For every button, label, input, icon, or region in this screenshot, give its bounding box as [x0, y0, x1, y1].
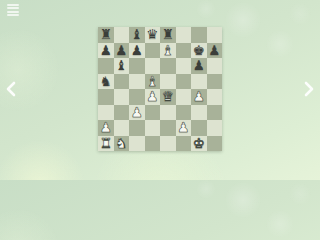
chevron-right-icon [303, 81, 315, 97]
square-f5[interactable] [176, 74, 192, 90]
piece-black-bishop[interactable]: ♝ [131, 27, 143, 43]
square-c1[interactable] [129, 136, 145, 152]
square-c7[interactable]: ♟ [129, 43, 145, 59]
piece-white-pawn[interactable]: ♟ [100, 120, 112, 136]
square-e2[interactable] [160, 120, 176, 136]
square-h7[interactable]: ♟ [207, 43, 223, 59]
piece-white-king[interactable]: ♚ [193, 136, 205, 152]
piece-white-pawn[interactable]: ♟ [146, 89, 158, 105]
square-f3[interactable] [176, 105, 192, 121]
square-f8[interactable] [176, 27, 192, 43]
square-b3[interactable] [114, 105, 130, 121]
square-b5[interactable] [114, 74, 130, 90]
square-d3[interactable] [145, 105, 161, 121]
square-e4[interactable]: ♛ [160, 89, 176, 105]
square-f4[interactable] [176, 89, 192, 105]
piece-white-pawn[interactable]: ♟ [177, 120, 189, 136]
square-b2[interactable] [114, 120, 130, 136]
square-g2[interactable] [191, 120, 207, 136]
square-c5[interactable] [129, 74, 145, 90]
square-g5[interactable] [191, 74, 207, 90]
square-a1[interactable]: ♜ [98, 136, 114, 152]
piece-black-pawn[interactable]: ♟ [131, 43, 143, 59]
square-f1[interactable] [176, 136, 192, 152]
square-d8[interactable]: ♛ [145, 27, 161, 43]
menu-icon-bar [7, 7, 19, 9]
menu-icon[interactable] [7, 4, 19, 16]
chevron-left-icon [5, 81, 17, 97]
square-d2[interactable] [145, 120, 161, 136]
piece-white-pawn[interactable]: ♟ [193, 89, 205, 105]
square-f2[interactable]: ♟ [176, 120, 192, 136]
square-g4[interactable]: ♟ [191, 89, 207, 105]
square-a6[interactable] [98, 58, 114, 74]
square-e3[interactable] [160, 105, 176, 121]
square-a5[interactable]: ♞ [98, 74, 114, 90]
square-h4[interactable] [207, 89, 223, 105]
piece-black-rook[interactable]: ♜ [100, 27, 112, 43]
square-b1[interactable]: ♞ [114, 136, 130, 152]
square-e7[interactable]: ♝ [160, 43, 176, 59]
square-d6[interactable] [145, 58, 161, 74]
piece-white-rook[interactable]: ♜ [100, 136, 112, 152]
square-g6[interactable]: ♟ [191, 58, 207, 74]
piece-black-king[interactable]: ♚ [193, 43, 205, 59]
square-b8[interactable] [114, 27, 130, 43]
piece-black-knight[interactable]: ♞ [100, 74, 112, 90]
piece-black-rook[interactable]: ♜ [162, 27, 174, 43]
square-a3[interactable] [98, 105, 114, 121]
square-g3[interactable] [191, 105, 207, 121]
square-g8[interactable] [191, 27, 207, 43]
piece-white-bishop[interactable]: ♝ [146, 74, 158, 90]
piece-black-queen[interactable]: ♛ [146, 27, 158, 43]
piece-black-bishop[interactable]: ♝ [115, 58, 127, 74]
square-c4[interactable] [129, 89, 145, 105]
square-h3[interactable] [207, 105, 223, 121]
square-b7[interactable]: ♟ [114, 43, 130, 59]
square-f7[interactable] [176, 43, 192, 59]
square-a8[interactable]: ♜ [98, 27, 114, 43]
square-h1[interactable] [207, 136, 223, 152]
square-c6[interactable] [129, 58, 145, 74]
square-h5[interactable] [207, 74, 223, 90]
square-g7[interactable]: ♚ [191, 43, 207, 59]
square-d5[interactable]: ♝ [145, 74, 161, 90]
next-puzzle-button[interactable] [300, 80, 318, 98]
piece-black-pawn[interactable]: ♟ [115, 43, 127, 59]
previous-puzzle-button[interactable] [2, 80, 20, 98]
menu-icon-bar [7, 11, 19, 13]
piece-white-bishop[interactable]: ♝ [162, 43, 174, 59]
square-c3[interactable]: ♟ [129, 105, 145, 121]
square-d1[interactable] [145, 136, 161, 152]
square-g1[interactable]: ♚ [191, 136, 207, 152]
square-a4[interactable] [98, 89, 114, 105]
square-e8[interactable]: ♜ [160, 27, 176, 43]
piece-black-pawn[interactable]: ♟ [100, 43, 112, 59]
chess-board: ♜♝♛♜♟♟♟♝♚♟♝♟♞♝♟♛♟♟♟♟♜♞♚ [98, 27, 222, 151]
piece-white-knight[interactable]: ♞ [115, 136, 127, 152]
square-e1[interactable] [160, 136, 176, 152]
piece-black-pawn[interactable]: ♟ [193, 58, 205, 74]
piece-white-queen[interactable]: ♛ [162, 89, 174, 105]
square-f6[interactable] [176, 58, 192, 74]
square-d4[interactable]: ♟ [145, 89, 161, 105]
piece-black-pawn[interactable]: ♟ [208, 43, 220, 59]
menu-icon-bar [7, 14, 19, 16]
square-a7[interactable]: ♟ [98, 43, 114, 59]
square-c2[interactable] [129, 120, 145, 136]
square-h6[interactable] [207, 58, 223, 74]
square-e6[interactable] [160, 58, 176, 74]
menu-icon-bar [7, 4, 19, 6]
square-h2[interactable] [207, 120, 223, 136]
square-d7[interactable] [145, 43, 161, 59]
piece-white-pawn[interactable]: ♟ [131, 105, 143, 121]
square-a2[interactable]: ♟ [98, 120, 114, 136]
square-b4[interactable] [114, 89, 130, 105]
square-c8[interactable]: ♝ [129, 27, 145, 43]
square-e5[interactable] [160, 74, 176, 90]
square-h8[interactable] [207, 27, 223, 43]
square-b6[interactable]: ♝ [114, 58, 130, 74]
